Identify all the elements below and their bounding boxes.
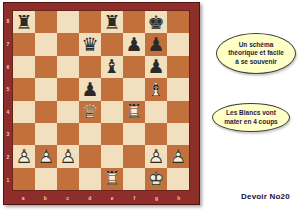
square-g1[interactable]: ♚♔: [145, 168, 167, 190]
square-a6[interactable]: [13, 56, 35, 78]
rank-label-2: 2: [4, 146, 12, 169]
square-f8[interactable]: [123, 11, 145, 33]
white-king[interactable]: ♚♔: [145, 168, 167, 190]
square-f7[interactable]: ♟: [123, 33, 145, 55]
square-b8[interactable]: [35, 11, 57, 33]
square-e1[interactable]: ♜♖: [101, 168, 123, 190]
square-a4[interactable]: [13, 101, 35, 123]
task-bubble-line2: mater en 4 coups: [224, 118, 277, 126]
white-rook[interactable]: ♜♖: [101, 168, 123, 190]
square-h5[interactable]: [167, 78, 189, 100]
screen: 87654321 abcdefgh ♜♜♚♛♟♟♝♟♟♝♗♛♕♜♖♟♙♟♙♟♙♟…: [0, 0, 300, 212]
square-a7[interactable]: [13, 33, 35, 55]
square-b3[interactable]: [35, 123, 57, 145]
square-b6[interactable]: [35, 56, 57, 78]
square-f5[interactable]: [123, 78, 145, 100]
rank-label-4: 4: [4, 101, 12, 124]
square-h8[interactable]: [167, 11, 189, 33]
square-h4[interactable]: [167, 101, 189, 123]
black-bishop[interactable]: ♝: [101, 56, 123, 78]
square-e7[interactable]: [101, 33, 123, 55]
task-bubble-line1: Les Blancs vont: [226, 109, 276, 117]
square-e6[interactable]: ♝: [101, 56, 123, 78]
square-d4[interactable]: ♛♕: [79, 101, 101, 123]
square-g8[interactable]: ♚: [145, 11, 167, 33]
white-bishop[interactable]: ♝♗: [145, 78, 167, 100]
square-c7[interactable]: [57, 33, 79, 55]
square-h2[interactable]: ♟♙: [167, 145, 189, 167]
square-g5[interactable]: ♝♗: [145, 78, 167, 100]
square-d3[interactable]: [79, 123, 101, 145]
black-pawn[interactable]: ♟: [145, 56, 167, 78]
square-f4[interactable]: ♜♖: [123, 101, 145, 123]
square-a3[interactable]: [13, 123, 35, 145]
square-b1[interactable]: [35, 168, 57, 190]
square-e4[interactable]: [101, 101, 123, 123]
exercise-caption: Devoir No20: [241, 192, 290, 201]
piece-outline: ♙: [145, 145, 167, 167]
rank-label-1: 1: [4, 168, 12, 191]
square-b4[interactable]: [35, 101, 57, 123]
square-h1[interactable]: [167, 168, 189, 190]
square-b2[interactable]: ♟♙: [35, 145, 57, 167]
file-label-d: d: [79, 192, 101, 203]
white-pawn[interactable]: ♟♙: [35, 145, 57, 167]
black-queen[interactable]: ♛: [79, 33, 101, 55]
theme-bubble: Un schéma théorique et facile à se souve…: [216, 33, 296, 74]
file-label-e: e: [101, 192, 123, 203]
file-label-a: a: [12, 192, 34, 203]
square-f1[interactable]: [123, 168, 145, 190]
rank-label-8: 8: [4, 10, 12, 33]
theme-bubble-line3: à se souvenir: [235, 58, 277, 66]
black-pawn[interactable]: ♟: [123, 33, 145, 55]
rank-label-3: 3: [4, 123, 12, 146]
piece-outline: ♙: [35, 145, 57, 167]
file-labels: abcdefgh: [12, 192, 190, 203]
white-pawn[interactable]: ♟♙: [167, 145, 189, 167]
square-e5[interactable]: [101, 78, 123, 100]
white-pawn[interactable]: ♟♙: [145, 145, 167, 167]
square-d2[interactable]: [79, 145, 101, 167]
square-d8[interactable]: [79, 11, 101, 33]
square-d1[interactable]: [79, 168, 101, 190]
square-f6[interactable]: [123, 56, 145, 78]
piece-outline: ♙: [167, 145, 189, 167]
rank-label-5: 5: [4, 78, 12, 101]
file-label-b: b: [34, 192, 56, 203]
rank-labels: 87654321: [4, 10, 12, 191]
piece-outline: ♙: [13, 145, 35, 167]
square-b7[interactable]: [35, 33, 57, 55]
file-label-f: f: [123, 192, 145, 203]
theme-bubble-line1: Un schéma: [239, 41, 274, 49]
square-h6[interactable]: [167, 56, 189, 78]
theme-bubble-line2: théorique et facile: [228, 49, 284, 57]
file-label-c: c: [57, 192, 79, 203]
square-c2[interactable]: ♟♙: [57, 145, 79, 167]
piece-outline: ♔: [145, 168, 167, 190]
piece-outline: ♙: [57, 145, 79, 167]
piece-outline: ♖: [123, 101, 145, 123]
square-c4[interactable]: [57, 101, 79, 123]
black-pawn[interactable]: ♟: [145, 33, 167, 55]
square-g7[interactable]: ♟: [145, 33, 167, 55]
square-d5[interactable]: ♟: [79, 78, 101, 100]
square-a5[interactable]: [13, 78, 35, 100]
task-bubble: Les Blancs vont mater en 4 coups: [212, 103, 290, 132]
chess-board: 87654321 abcdefgh ♜♜♚♛♟♟♝♟♟♝♗♛♕♜♖♟♙♟♙♟♙♟…: [3, 2, 200, 205]
square-e8[interactable]: ♜: [101, 11, 123, 33]
square-c5[interactable]: [57, 78, 79, 100]
white-rook[interactable]: ♜♖: [123, 101, 145, 123]
rank-label-6: 6: [4, 55, 12, 78]
black-rook[interactable]: ♜: [101, 11, 123, 33]
black-rook[interactable]: ♜: [13, 11, 35, 33]
square-b5[interactable]: [35, 78, 57, 100]
square-c1[interactable]: [57, 168, 79, 190]
white-pawn[interactable]: ♟♙: [57, 145, 79, 167]
square-e3[interactable]: [101, 123, 123, 145]
square-f2[interactable]: [123, 145, 145, 167]
white-queen[interactable]: ♛♕: [79, 101, 101, 123]
square-a2[interactable]: ♟♙: [13, 145, 35, 167]
black-king[interactable]: ♚: [145, 11, 167, 33]
square-g6[interactable]: ♟: [145, 56, 167, 78]
square-h3[interactable]: [167, 123, 189, 145]
square-a8[interactable]: ♜: [13, 11, 35, 33]
square-h7[interactable]: [167, 33, 189, 55]
piece-outline: ♕: [79, 101, 101, 123]
piece-outline: ♗: [145, 78, 167, 100]
piece-outline: ♖: [101, 168, 123, 190]
square-e2[interactable]: [101, 145, 123, 167]
square-g3[interactable]: [145, 123, 167, 145]
white-pawn[interactable]: ♟♙: [13, 145, 35, 167]
square-c3[interactable]: [57, 123, 79, 145]
square-a1[interactable]: [13, 168, 35, 190]
black-pawn[interactable]: ♟: [79, 78, 101, 100]
square-c8[interactable]: [57, 11, 79, 33]
square-d7[interactable]: ♛: [79, 33, 101, 55]
file-label-h: h: [168, 192, 190, 203]
square-g2[interactable]: ♟♙: [145, 145, 167, 167]
file-label-g: g: [146, 192, 168, 203]
square-f3[interactable]: [123, 123, 145, 145]
rank-label-7: 7: [4, 33, 12, 56]
square-d6[interactable]: [79, 56, 101, 78]
square-c6[interactable]: [57, 56, 79, 78]
square-g4[interactable]: [145, 101, 167, 123]
board-squares: ♜♜♚♛♟♟♝♟♟♝♗♛♕♜♖♟♙♟♙♟♙♟♙♟♙♜♖♚♔: [12, 10, 190, 191]
